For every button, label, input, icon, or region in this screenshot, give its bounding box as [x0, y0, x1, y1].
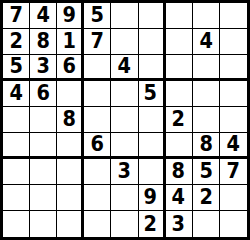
cell-r9c1[interactable]	[3, 211, 30, 237]
cell-r2c7[interactable]	[166, 29, 193, 55]
given-digit: 3	[172, 214, 185, 235]
cell-r1c9[interactable]	[220, 3, 247, 29]
given-digit: 2	[199, 187, 212, 208]
given-digit: 8	[199, 134, 212, 155]
cell-r9c7[interactable]: 3	[166, 211, 193, 237]
cell-r2c2[interactable]: 8	[30, 29, 57, 55]
cell-r7c2[interactable]	[30, 159, 57, 185]
given-digit: 3	[118, 161, 131, 182]
given-digit: 3	[36, 56, 49, 77]
cell-r4c9[interactable]	[220, 81, 247, 107]
cell-r7c3[interactable]	[57, 159, 84, 185]
cell-r5c3[interactable]: 8	[57, 107, 84, 133]
given-digit: 5	[199, 161, 212, 182]
cell-r5c8[interactable]	[193, 107, 220, 133]
given-digit: 2	[144, 214, 157, 235]
cell-r6c1[interactable]	[3, 133, 30, 159]
cell-r3c9[interactable]	[220, 55, 247, 81]
cell-r1c7[interactable]	[166, 3, 193, 29]
cell-r6c2[interactable]	[30, 133, 57, 159]
cell-r9c6[interactable]: 2	[139, 211, 166, 237]
given-digit: 5	[144, 83, 157, 104]
given-digit: 4	[118, 56, 131, 77]
cell-r3c5[interactable]: 4	[111, 55, 138, 81]
given-digit: 5	[9, 56, 22, 77]
cell-r3c6[interactable]	[139, 55, 166, 81]
given-digit: 7	[91, 31, 104, 52]
cell-r4c1[interactable]: 4	[3, 81, 30, 107]
cell-r1c8[interactable]	[193, 3, 220, 29]
cell-r2c6[interactable]	[139, 29, 166, 55]
cell-r6c3[interactable]	[57, 133, 84, 159]
cell-r6c7[interactable]	[166, 133, 193, 159]
cell-r3c4[interactable]	[84, 55, 111, 81]
cell-r2c5[interactable]	[111, 29, 138, 55]
cell-r5c4[interactable]	[84, 107, 111, 133]
cell-r9c9[interactable]	[220, 211, 247, 237]
given-digit: 1	[63, 31, 76, 52]
given-digit: 7	[227, 161, 240, 182]
given-digit: 4	[9, 83, 22, 104]
cell-r5c2[interactable]	[30, 107, 57, 133]
cell-r8c1[interactable]	[3, 185, 30, 211]
cell-r5c9[interactable]	[220, 107, 247, 133]
cell-r7c6[interactable]	[139, 159, 166, 185]
cell-r1c1[interactable]: 7	[3, 3, 30, 29]
cell-r4c5[interactable]	[111, 81, 138, 107]
given-digit: 7	[9, 5, 22, 26]
cell-r3c2[interactable]: 3	[30, 55, 57, 81]
cell-r8c6[interactable]: 9	[139, 185, 166, 211]
cell-r3c8[interactable]	[193, 55, 220, 81]
given-digit: 4	[227, 134, 240, 155]
cell-r4c4[interactable]	[84, 81, 111, 107]
cell-r8c5[interactable]	[111, 185, 138, 211]
cell-r2c1[interactable]: 2	[3, 29, 30, 55]
cell-r1c2[interactable]: 4	[30, 3, 57, 29]
cell-r2c8[interactable]: 4	[193, 29, 220, 55]
cell-r6c4[interactable]: 6	[84, 133, 111, 159]
cell-r7c5[interactable]: 3	[111, 159, 138, 185]
cell-r5c5[interactable]	[111, 107, 138, 133]
cell-r1c6[interactable]	[139, 3, 166, 29]
given-digit: 8	[36, 31, 49, 52]
cell-r4c3[interactable]	[57, 81, 84, 107]
cell-r5c1[interactable]	[3, 107, 30, 133]
cell-r7c9[interactable]: 7	[220, 159, 247, 185]
cell-r9c2[interactable]	[30, 211, 57, 237]
cell-r2c4[interactable]: 7	[84, 29, 111, 55]
cell-r5c6[interactable]	[139, 107, 166, 133]
cell-r9c5[interactable]	[111, 211, 138, 237]
given-digit: 9	[63, 5, 76, 26]
cell-r7c4[interactable]	[84, 159, 111, 185]
given-digit: 6	[91, 134, 104, 155]
cell-r6c9[interactable]: 4	[220, 133, 247, 159]
cell-r8c4[interactable]	[84, 185, 111, 211]
cell-r1c5[interactable]	[111, 3, 138, 29]
cell-r3c1[interactable]: 5	[3, 55, 30, 81]
cell-r7c1[interactable]	[3, 159, 30, 185]
given-digit: 4	[199, 31, 212, 52]
cell-r8c2[interactable]	[30, 185, 57, 211]
given-digit: 4	[36, 5, 49, 26]
given-digit: 2	[9, 31, 22, 52]
given-digit: 6	[63, 56, 76, 77]
cell-r9c3[interactable]	[57, 211, 84, 237]
cell-r4c2[interactable]: 6	[30, 81, 57, 107]
cell-r6c5[interactable]	[111, 133, 138, 159]
cell-r4c8[interactable]	[193, 81, 220, 107]
cell-r3c3[interactable]: 6	[57, 55, 84, 81]
cell-r1c4[interactable]: 5	[84, 3, 111, 29]
cell-r1c3[interactable]: 9	[57, 3, 84, 29]
cell-r6c6[interactable]	[139, 133, 166, 159]
cell-r6c8[interactable]: 8	[193, 133, 220, 159]
cell-r8c8[interactable]: 2	[193, 185, 220, 211]
cell-r9c4[interactable]	[84, 211, 111, 237]
cell-r2c3[interactable]: 1	[57, 29, 84, 55]
given-digit: 4	[172, 187, 185, 208]
cell-r4c7[interactable]	[166, 81, 193, 107]
cell-r3c7[interactable]	[166, 55, 193, 81]
sudoku-board: 749528174536446582684385794223	[0, 0, 250, 240]
given-digit: 8	[172, 161, 185, 182]
cell-r8c3[interactable]	[57, 185, 84, 211]
given-digit: 8	[63, 109, 76, 130]
cell-r7c8[interactable]: 5	[193, 159, 220, 185]
cell-r2c9[interactable]	[220, 29, 247, 55]
cell-r8c9[interactable]	[220, 185, 247, 211]
given-digit: 2	[172, 109, 185, 130]
cell-r5c7[interactable]: 2	[166, 107, 193, 133]
given-digit: 5	[91, 5, 104, 26]
cell-r4c6[interactable]: 5	[139, 81, 166, 107]
cell-r7c7[interactable]: 8	[166, 159, 193, 185]
given-digit: 9	[144, 187, 157, 208]
cell-r9c8[interactable]	[193, 211, 220, 237]
cell-r8c7[interactable]: 4	[166, 185, 193, 211]
given-digit: 6	[36, 83, 49, 104]
